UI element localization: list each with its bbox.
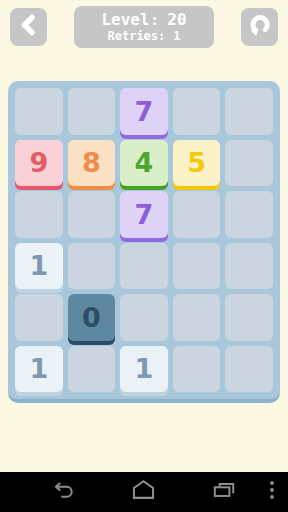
cell-r1c1: 8 [68, 140, 116, 187]
tile-9[interactable]: 9 [15, 140, 63, 187]
retries-label: Retries: [107, 29, 165, 43]
cell-r3c0: 1 [15, 243, 63, 290]
tile-1[interactable]: 1 [120, 346, 168, 393]
cell-r2c2: 7 [120, 191, 168, 238]
cell-r3c2 [120, 243, 168, 290]
tile-8[interactable]: 8 [68, 140, 116, 187]
cell-r5c0: 1 [15, 346, 63, 393]
cell-r0c1 [68, 88, 116, 135]
cell-r2c0 [15, 191, 63, 238]
nav-back-icon[interactable] [51, 477, 77, 507]
level-info-panel: Level: 20 Retries: 1 [74, 6, 214, 48]
cell-r5c2: 1 [120, 346, 168, 393]
cell-r0c2: 7 [120, 88, 168, 135]
cell-r0c3 [173, 88, 221, 135]
cell-r4c4 [225, 294, 273, 341]
cell-r3c4 [225, 243, 273, 290]
cell-r1c3: 5 [173, 140, 221, 187]
cell-r1c4 [225, 140, 273, 187]
cell-r2c4 [225, 191, 273, 238]
tile-7[interactable]: 7 [120, 191, 168, 238]
retries-value: 1 [173, 29, 180, 43]
cell-r4c0 [15, 294, 63, 341]
nav-recents-icon[interactable] [211, 477, 237, 507]
retries-line: Retries: 1 [107, 29, 180, 43]
cell-r5c4 [225, 346, 273, 393]
cell-r5c3 [173, 346, 221, 393]
tile-0[interactable]: 0 [68, 294, 116, 341]
chevron-left-icon [17, 13, 41, 41]
phone-screen: Level: 20 Retries: 1 7 [0, 0, 288, 512]
cell-r4c2 [120, 294, 168, 341]
level-line: Level: 20 [101, 11, 186, 29]
android-nav-bar [0, 472, 288, 512]
nav-home-icon[interactable] [130, 477, 157, 508]
tile-5[interactable]: 5 [173, 140, 221, 187]
nav-menu-icon[interactable] [266, 477, 278, 507]
cell-r2c3 [173, 191, 221, 238]
cell-r1c0: 9 [15, 140, 63, 187]
level-label: Level: [101, 11, 159, 29]
cell-r1c2: 4 [120, 140, 168, 187]
tile-7[interactable]: 7 [120, 88, 168, 135]
game-board: 7 9 8 4 5 7 [8, 81, 280, 403]
back-button[interactable] [10, 8, 47, 46]
tile-1[interactable]: 1 [15, 243, 63, 290]
cell-r0c4 [225, 88, 273, 135]
cell-r5c1 [68, 346, 116, 393]
cell-r4c3 [173, 294, 221, 341]
cell-r3c1 [68, 243, 116, 290]
cell-r2c1 [68, 191, 116, 238]
tile-4[interactable]: 4 [120, 140, 168, 187]
cell-r3c3 [173, 243, 221, 290]
restart-icon [247, 12, 273, 42]
game-screen: Level: 20 Retries: 1 7 [0, 0, 288, 472]
level-value: 20 [167, 11, 186, 29]
cell-r0c0 [15, 88, 63, 135]
cell-r4c1: 0 [68, 294, 116, 341]
restart-button[interactable] [241, 8, 278, 46]
tile-1[interactable]: 1 [15, 346, 63, 393]
